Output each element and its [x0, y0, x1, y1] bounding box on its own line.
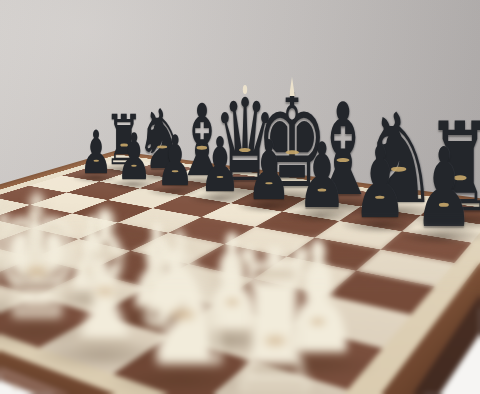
gold-ring-accent [93, 160, 99, 162]
gold-ring-accent [265, 337, 286, 344]
gold-ring-accent [439, 203, 449, 207]
white-rook-icon: ♜ [220, 226, 331, 394]
chess-photo-scene: ♜♞♝♛♚♝♞♜♟♟♟♟♟♟♟♟♟♟♟♟♟♟♟♟♜♞♝♛♚♝♞♜ [0, 0, 480, 394]
gold-ring-accent [131, 165, 137, 167]
piece-black-pawn-h7[interactable]: ♟ [395, 134, 480, 243]
gold-ring-accent [318, 188, 326, 191]
pieces-layer: ♜♞♝♛♚♝♞♜♟♟♟♟♟♟♟♟♟♟♟♟♟♟♟♟♜♞♝♛♚♝♞♜ [0, 0, 480, 394]
piece-white-rook-h1[interactable]: ♜ [186, 226, 365, 394]
gold-ring-accent [376, 195, 385, 198]
gold-ring-accent [265, 182, 273, 185]
gold-ring-accent [172, 170, 178, 172]
black-pawn-icon: ♟ [414, 134, 475, 243]
gold-ring-accent [216, 176, 223, 179]
